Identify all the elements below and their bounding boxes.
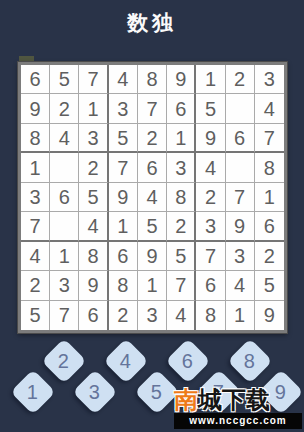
- number-button-label: 8: [244, 350, 255, 373]
- number-button-3[interactable]: 3: [72, 369, 117, 414]
- number-button-5[interactable]: 5: [134, 369, 179, 414]
- number-button-label: 3: [89, 381, 100, 404]
- number-pad: 123456789: [0, 0, 304, 432]
- number-button-label: 4: [120, 350, 131, 373]
- number-button-label: 5: [151, 381, 162, 404]
- watermark-brand-rest: 城下载: [198, 386, 270, 413]
- number-button-label: 1: [27, 381, 38, 404]
- number-button-4[interactable]: 4: [103, 338, 148, 383]
- number-button-1[interactable]: 1: [10, 369, 55, 414]
- sudoku-app: 数独 6574891239213765484352196712763483659…: [0, 0, 304, 432]
- number-button-label: 6: [182, 350, 193, 373]
- watermark: 南城下载 www.nccgcc.com: [174, 388, 302, 429]
- number-button-label: 2: [58, 350, 69, 373]
- watermark-brand-first: 南: [174, 386, 198, 413]
- number-button-6[interactable]: 6: [165, 338, 210, 383]
- watermark-text: 南城下载: [174, 388, 302, 412]
- number-button-2[interactable]: 2: [41, 338, 86, 383]
- number-button-8[interactable]: 8: [227, 338, 272, 383]
- watermark-url: www.nccgcc.com: [174, 413, 302, 429]
